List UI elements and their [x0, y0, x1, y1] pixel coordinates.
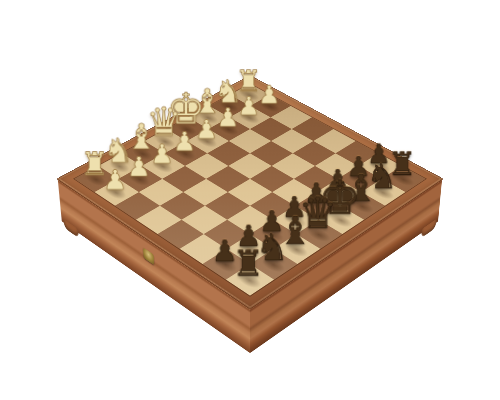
box-foot-right	[421, 219, 437, 239]
box-foot-left	[63, 219, 79, 239]
black-rook-icon: ♜	[223, 245, 274, 280]
white-pawn-icon: ♟	[92, 166, 139, 193]
brass-latch-icon	[143, 247, 154, 265]
perspective-wrapper: ♜♟♞♟♝♟♚♟♛♟♝♟♟♞♜♟♟♜♞♟♟♝♟♚♟♛♟♝♟♞♟♜	[0, 0, 500, 400]
chess-set-photo: ♜♟♞♟♝♟♚♟♛♟♝♟♟♞♜♟♟♜♞♟♟♝♟♚♟♛♟♝♟♞♟♜	[0, 0, 500, 400]
box-lid: ♜♟♞♟♝♟♚♟♛♟♝♟♟♞♜♟♟♜♞♟♟♝♟♚♟♛♟♝♟♞♟♜	[56, 75, 444, 310]
